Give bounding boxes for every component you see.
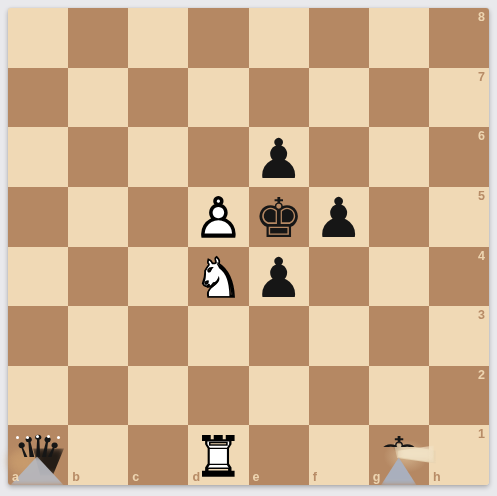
square-e3[interactable]	[249, 306, 309, 366]
square-a4[interactable]	[8, 247, 68, 307]
square-g7[interactable]	[369, 68, 429, 128]
square-a8[interactable]	[8, 8, 68, 68]
rank-label-4: 4	[478, 250, 485, 263]
square-a1[interactable]: a	[8, 425, 68, 485]
file-label-d: d	[192, 471, 200, 484]
square-e8[interactable]	[249, 8, 309, 68]
rank-label-7: 7	[478, 71, 485, 84]
square-h5[interactable]: 5	[429, 187, 489, 247]
square-d6[interactable]	[188, 127, 248, 187]
square-h2[interactable]: 2	[429, 366, 489, 426]
square-g5[interactable]	[369, 187, 429, 247]
rank-label-1: 1	[478, 428, 485, 441]
screenshot-root: { "game": "chess", "board": { "files": […	[0, 0, 497, 496]
square-c3[interactable]	[128, 306, 188, 366]
square-b7[interactable]	[68, 68, 128, 128]
square-f2[interactable]	[309, 366, 369, 426]
square-c6[interactable]	[128, 127, 188, 187]
file-label-e: e	[253, 471, 260, 484]
square-b8[interactable]	[68, 8, 128, 68]
rank-label-2: 2	[478, 369, 485, 382]
file-label-b: b	[72, 471, 80, 484]
square-f6[interactable]	[309, 127, 369, 187]
file-label-h: h	[433, 471, 441, 484]
file-label-f: f	[313, 471, 317, 484]
rank-label-6: 6	[478, 130, 485, 143]
square-f1[interactable]: f	[309, 425, 369, 485]
square-e7[interactable]	[249, 68, 309, 128]
square-h6[interactable]: 6	[429, 127, 489, 187]
square-a6[interactable]	[8, 127, 68, 187]
rank-label-3: 3	[478, 309, 485, 322]
file-label-a: a	[12, 471, 19, 484]
square-d1[interactable]: d	[188, 425, 248, 485]
square-g4[interactable]	[369, 247, 429, 307]
square-d5[interactable]	[188, 187, 248, 247]
square-b5[interactable]	[68, 187, 128, 247]
square-c4[interactable]	[128, 247, 188, 307]
square-f5[interactable]	[309, 187, 369, 247]
square-e5[interactable]	[249, 187, 309, 247]
square-f4[interactable]	[309, 247, 369, 307]
square-g3[interactable]	[369, 306, 429, 366]
file-label-c: c	[132, 471, 139, 484]
square-h3[interactable]: 3	[429, 306, 489, 366]
square-e1[interactable]: e	[249, 425, 309, 485]
square-g2[interactable]	[369, 366, 429, 426]
square-e2[interactable]	[249, 366, 309, 426]
square-b6[interactable]	[68, 127, 128, 187]
square-f8[interactable]	[309, 8, 369, 68]
square-c5[interactable]	[128, 187, 188, 247]
square-e4[interactable]	[249, 247, 309, 307]
square-b3[interactable]	[68, 306, 128, 366]
square-h1[interactable]: 1h	[429, 425, 489, 485]
square-f7[interactable]	[309, 68, 369, 128]
square-d2[interactable]	[188, 366, 248, 426]
square-d4[interactable]	[188, 247, 248, 307]
square-a7[interactable]	[8, 68, 68, 128]
rank-label-8: 8	[478, 11, 485, 24]
square-b2[interactable]	[68, 366, 128, 426]
square-g1[interactable]: g	[369, 425, 429, 485]
square-f3[interactable]	[309, 306, 369, 366]
square-c1[interactable]: c	[128, 425, 188, 485]
square-b1[interactable]: b	[68, 425, 128, 485]
chess-board-container: 8765432abcdefg1h ♟♟♙♚♟♞♘♟♛♜♖♚	[8, 8, 489, 485]
square-g8[interactable]	[369, 8, 429, 68]
square-c7[interactable]	[128, 68, 188, 128]
rank-label-5: 5	[478, 190, 485, 203]
square-e6[interactable]	[249, 127, 309, 187]
square-b4[interactable]	[68, 247, 128, 307]
square-a5[interactable]	[8, 187, 68, 247]
square-c8[interactable]	[128, 8, 188, 68]
square-a2[interactable]	[8, 366, 68, 426]
square-h4[interactable]: 4	[429, 247, 489, 307]
square-d3[interactable]	[188, 306, 248, 366]
square-a3[interactable]	[8, 306, 68, 366]
file-label-g: g	[373, 471, 381, 484]
square-c2[interactable]	[128, 366, 188, 426]
square-g6[interactable]	[369, 127, 429, 187]
square-h7[interactable]: 7	[429, 68, 489, 128]
square-d8[interactable]	[188, 8, 248, 68]
square-h8[interactable]: 8	[429, 8, 489, 68]
square-d7[interactable]	[188, 68, 248, 128]
chess-board: 8765432abcdefg1h	[8, 8, 489, 485]
